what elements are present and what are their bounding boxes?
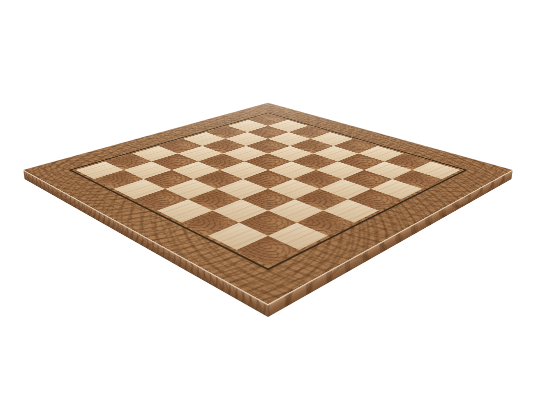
square-e7[interactable] xyxy=(188,189,241,211)
perspective-viewport xyxy=(0,0,533,412)
square-d7[interactable] xyxy=(165,179,216,199)
square-h5[interactable] xyxy=(323,199,378,222)
square-g3[interactable] xyxy=(343,170,393,189)
square-f5[interactable] xyxy=(268,179,319,199)
square-f6[interactable] xyxy=(241,189,294,211)
square-h8[interactable] xyxy=(237,236,299,266)
square-c8[interactable] xyxy=(114,179,165,199)
square-f4[interactable] xyxy=(293,170,343,189)
square-h2[interactable] xyxy=(392,170,442,189)
square-d6[interactable] xyxy=(193,170,243,189)
square-g7[interactable] xyxy=(239,211,296,236)
square-c7[interactable] xyxy=(144,170,194,189)
playing-field xyxy=(76,114,461,265)
square-e6[interactable] xyxy=(217,179,268,199)
square-e8[interactable] xyxy=(157,199,212,222)
chess-board xyxy=(23,103,512,305)
product-photo-stage xyxy=(0,0,533,412)
square-b8[interactable] xyxy=(94,170,144,189)
square-g6[interactable] xyxy=(268,199,323,222)
square-f8[interactable] xyxy=(182,211,239,236)
square-h3[interactable] xyxy=(371,179,422,199)
square-h4[interactable] xyxy=(348,189,401,211)
square-h7[interactable] xyxy=(268,223,328,250)
square-g5[interactable] xyxy=(295,189,348,211)
square-e5[interactable] xyxy=(243,170,293,189)
square-d8[interactable] xyxy=(135,189,188,211)
square-h6[interactable] xyxy=(297,211,354,236)
square-g4[interactable] xyxy=(319,179,370,199)
square-f7[interactable] xyxy=(213,199,268,222)
board-top-surface xyxy=(23,103,512,305)
square-g8[interactable] xyxy=(208,223,268,250)
